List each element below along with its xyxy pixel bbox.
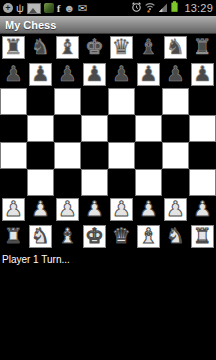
square-e7[interactable]: ♟ [108, 61, 135, 88]
black-pawn: ♟ [112, 64, 131, 85]
piece-tile: ♟ [110, 198, 133, 221]
piece-tile: ♚ [83, 225, 106, 248]
wifi-warning-icon [144, 0, 156, 17]
square-b7[interactable]: ♟ [27, 61, 54, 88]
square-h2[interactable]: ♟ [189, 196, 216, 223]
black-rook: ♜ [193, 37, 212, 58]
square-b4[interactable] [27, 142, 54, 169]
piece-tile: ♞ [164, 36, 187, 59]
square-g1[interactable]: ♞ [162, 223, 189, 250]
plus-circle-icon: + [3, 3, 13, 13]
white-pawn: ♟ [85, 199, 104, 220]
square-f7[interactable]: ♟ [135, 61, 162, 88]
white-knight: ♞ [31, 226, 50, 247]
square-g6[interactable] [162, 88, 189, 115]
status-bar: + ψ f ☻ ✉ [0, 0, 216, 16]
white-pawn: ♟ [58, 199, 77, 220]
white-knight: ♞ [166, 226, 185, 247]
square-c5[interactable] [54, 115, 81, 142]
square-f2[interactable]: ♟ [135, 196, 162, 223]
square-d5[interactable] [81, 115, 108, 142]
square-c2[interactable]: ♟ [54, 196, 81, 223]
square-a6[interactable] [0, 88, 27, 115]
square-f3[interactable] [135, 169, 162, 196]
system-status-icons: 13:29 [131, 0, 213, 17]
piece-tile: ♝ [56, 225, 79, 248]
piece-tile: ♝ [56, 36, 79, 59]
title-bar: My Chess [0, 16, 216, 34]
square-a2[interactable]: ♟ [0, 196, 27, 223]
black-king: ♚ [85, 37, 104, 58]
piece-tile: ♟ [164, 63, 187, 86]
piece-tile: ♟ [191, 198, 214, 221]
usb-icon: ψ [16, 0, 24, 16]
square-h8[interactable]: ♜ [189, 34, 216, 61]
black-knight: ♞ [166, 37, 185, 58]
battery-icon [170, 0, 179, 17]
piece-tile: ♟ [83, 63, 106, 86]
white-pawn: ♟ [193, 199, 212, 220]
square-a1[interactable]: ♜ [0, 223, 27, 250]
black-pawn: ♟ [139, 64, 158, 85]
square-b1[interactable]: ♞ [27, 223, 54, 250]
notification-icons: + ψ f ☻ ✉ [3, 0, 87, 16]
piece-tile: ♟ [2, 63, 25, 86]
piece-tile: ♟ [56, 198, 79, 221]
square-c7[interactable]: ♟ [54, 61, 81, 88]
black-pawn: ♟ [4, 64, 23, 85]
square-h3[interactable] [189, 169, 216, 196]
white-rook: ♜ [193, 226, 212, 247]
white-pawn: ♟ [112, 199, 131, 220]
green-app-icon [44, 3, 54, 13]
square-b6[interactable] [27, 88, 54, 115]
square-c6[interactable] [54, 88, 81, 115]
square-b5[interactable] [27, 115, 54, 142]
square-d8[interactable]: ♚ [81, 34, 108, 61]
white-pawn: ♟ [4, 199, 23, 220]
piece-tile: ♜ [2, 36, 25, 59]
square-a4[interactable] [0, 142, 27, 169]
black-bishop: ♝ [58, 37, 77, 58]
square-d4[interactable] [81, 142, 108, 169]
square-e6[interactable] [108, 88, 135, 115]
piece-tile: ♞ [29, 225, 52, 248]
square-g8[interactable]: ♞ [162, 34, 189, 61]
square-b3[interactable] [27, 169, 54, 196]
piece-tile: ♟ [191, 63, 214, 86]
square-g5[interactable] [162, 115, 189, 142]
square-d1[interactable]: ♚ [81, 223, 108, 250]
square-h5[interactable] [189, 115, 216, 142]
white-bishop: ♝ [58, 226, 77, 247]
piece-tile: ♜ [191, 36, 214, 59]
black-pawn: ♟ [31, 64, 50, 85]
piece-tile: ♜ [191, 225, 214, 248]
square-h4[interactable] [189, 142, 216, 169]
black-pawn: ♟ [193, 64, 212, 85]
square-d2[interactable]: ♟ [81, 196, 108, 223]
black-bishop: ♝ [139, 37, 158, 58]
square-h6[interactable] [189, 88, 216, 115]
piece-tile: ♟ [137, 63, 160, 86]
signal-strength-icon [158, 0, 168, 17]
piece-tile: ♟ [110, 63, 133, 86]
piece-tile: ♟ [2, 198, 25, 221]
black-pawn: ♟ [166, 64, 185, 85]
square-a3[interactable] [0, 169, 27, 196]
square-e1[interactable]: ♛ [108, 223, 135, 250]
white-bishop: ♝ [139, 226, 158, 247]
square-e4[interactable] [108, 142, 135, 169]
piece-tile: ♟ [29, 63, 52, 86]
square-g2[interactable]: ♟ [162, 196, 189, 223]
square-f5[interactable] [135, 115, 162, 142]
black-queen: ♛ [112, 37, 131, 58]
piece-tile: ♟ [137, 198, 160, 221]
piece-tile: ♟ [83, 198, 106, 221]
piece-tile: ♜ [2, 225, 25, 248]
white-king: ♚ [85, 226, 104, 247]
square-c1[interactable]: ♝ [54, 223, 81, 250]
white-pawn: ♟ [166, 199, 185, 220]
piece-tile: ♝ [137, 225, 160, 248]
black-knight: ♞ [31, 37, 50, 58]
square-a8[interactable]: ♜ [0, 34, 27, 61]
square-c4[interactable] [54, 142, 81, 169]
chess-board: ♜♞♝♚♛♝♞♜♟♟♟♟♟♟♟♟♟♟♟♟♟♟♟♟♜♞♝♚♛♝♞♜ [0, 34, 216, 250]
black-rook: ♜ [4, 37, 23, 58]
square-e8[interactable]: ♛ [108, 34, 135, 61]
piece-tile: ♚ [83, 36, 106, 59]
square-b8[interactable]: ♞ [27, 34, 54, 61]
square-f6[interactable] [135, 88, 162, 115]
square-e3[interactable] [108, 169, 135, 196]
square-f1[interactable]: ♝ [135, 223, 162, 250]
square-g3[interactable] [162, 169, 189, 196]
square-h1[interactable]: ♜ [189, 223, 216, 250]
square-h7[interactable]: ♟ [189, 61, 216, 88]
chat-face-icon: ☻ [64, 0, 76, 16]
square-c8[interactable]: ♝ [54, 34, 81, 61]
square-d3[interactable] [81, 169, 108, 196]
piece-tile: ♞ [29, 36, 52, 59]
piece-tile: ♛ [110, 36, 133, 59]
square-c3[interactable] [54, 169, 81, 196]
square-g4[interactable] [162, 142, 189, 169]
black-pawn: ♟ [58, 64, 77, 85]
piece-tile: ♞ [164, 225, 187, 248]
square-f8[interactable]: ♝ [135, 34, 162, 61]
square-d7[interactable]: ♟ [81, 61, 108, 88]
white-queen: ♛ [112, 226, 131, 247]
square-g7[interactable]: ♟ [162, 61, 189, 88]
square-d6[interactable] [81, 88, 108, 115]
alarm-clock-icon [131, 0, 142, 17]
square-b2[interactable]: ♟ [27, 196, 54, 223]
piece-tile: ♟ [164, 198, 187, 221]
white-pawn: ♟ [31, 199, 50, 220]
square-f4[interactable] [135, 142, 162, 169]
square-e5[interactable] [108, 115, 135, 142]
square-e2[interactable]: ♟ [108, 196, 135, 223]
facebook-icon: f [57, 0, 61, 16]
white-rook: ♜ [4, 226, 23, 247]
black-pawn: ♟ [85, 64, 104, 85]
square-a7[interactable]: ♟ [0, 61, 27, 88]
piece-tile: ♛ [110, 225, 133, 248]
piece-tile: ♟ [56, 63, 79, 86]
mail-icon: ✉ [78, 0, 87, 16]
piece-tile: ♟ [29, 198, 52, 221]
turn-indicator: Player 1 Turn... [0, 250, 216, 265]
square-a5[interactable] [0, 115, 27, 142]
gallery-icon [27, 3, 41, 14]
app-title: My Chess [5, 19, 56, 31]
piece-tile: ♝ [137, 36, 160, 59]
white-pawn: ♟ [139, 199, 158, 220]
clock-time: 13:29 [184, 2, 213, 14]
